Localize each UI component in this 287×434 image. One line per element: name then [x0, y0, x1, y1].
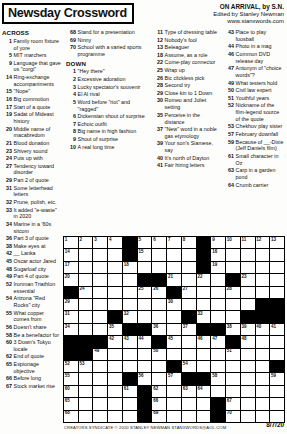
empty-cell[interactable]	[108, 373, 122, 384]
empty-cell[interactable]	[93, 411, 107, 422]
empty-cell[interactable]: 13	[270, 237, 284, 248]
empty-cell[interactable]: 10	[226, 237, 240, 248]
clue-item: 67Stock market rise	[2, 383, 61, 390]
empty-cell[interactable]: 23	[241, 274, 255, 285]
empty-cell[interactable]	[182, 299, 196, 310]
cell-number: 11	[242, 237, 247, 242]
cell-number: 35	[109, 324, 114, 329]
clue-text: Language that gave us "corgi"	[14, 60, 61, 73]
cell-number: 45	[168, 336, 173, 341]
clue-item: 25Wrap up	[153, 67, 221, 74]
empty-cell[interactable]	[79, 411, 93, 422]
empty-cell[interactable]	[256, 398, 270, 409]
cell-number: 65	[65, 398, 70, 403]
clue-item: 34Marine in a '60s sitcom	[2, 221, 61, 234]
clue-number: 20	[2, 126, 14, 139]
clue-item: 3Lucky spectator's souvenir	[66, 84, 150, 91]
empty-cell[interactable]	[197, 349, 211, 360]
empty-cell[interactable]	[270, 287, 284, 298]
empty-cell[interactable]	[123, 274, 137, 285]
clue-text: Nickname of the film-legend source of th…	[236, 102, 285, 122]
empty-cell[interactable]: 21	[167, 274, 181, 285]
empty-cell[interactable]: 68	[64, 411, 78, 422]
clue-text: Ring-exchange accompaniments	[14, 74, 61, 87]
empty-cell[interactable]: 26	[152, 287, 166, 298]
empty-cell[interactable]	[270, 274, 284, 285]
block-cell	[64, 349, 78, 360]
clue-text: Arizona "Red Rocks" city	[14, 295, 61, 308]
cell-number: 28	[227, 286, 232, 291]
empty-cell[interactable]: 39	[241, 324, 255, 335]
clue-item: 26Bic clickless pick	[153, 75, 221, 82]
empty-cell[interactable]: 65	[64, 398, 78, 409]
clue-text: End of quote	[14, 353, 61, 360]
empty-cell[interactable]: 40	[256, 324, 270, 335]
clue-item: 23Shivery sound	[2, 148, 61, 155]
empty-cell[interactable]: 62	[152, 386, 166, 397]
block-cell	[241, 311, 255, 322]
clue-number: 34	[2, 221, 14, 234]
clue-item: 21Blood donation	[2, 140, 61, 147]
clue-item: 58Be a benefactor for	[2, 332, 61, 339]
empty-cell[interactable]: 58	[211, 373, 225, 384]
empty-cell[interactable]	[182, 249, 196, 260]
clue-number: 67	[2, 383, 14, 390]
empty-cell[interactable]	[152, 262, 166, 273]
cell-number: 9	[212, 237, 215, 242]
empty-cell[interactable]	[211, 311, 225, 322]
clue-column-across-2-down-1: 68Stand for a presentation69Ninny70Schoo…	[66, 29, 150, 151]
empty-cell[interactable]: 52	[64, 361, 78, 372]
empty-cell[interactable]: 22	[197, 274, 211, 285]
empty-cell[interactable]	[182, 398, 196, 409]
empty-cell[interactable]: 32	[123, 311, 137, 322]
clue-text: Lucky spectator's souvenir	[78, 84, 150, 91]
empty-cell[interactable]	[226, 299, 240, 310]
empty-cell[interactable]	[108, 287, 122, 298]
empty-cell[interactable]: 64	[197, 386, 211, 397]
empty-cell[interactable]	[108, 398, 122, 409]
empty-cell[interactable]	[241, 373, 255, 384]
empty-cell[interactable]: 70	[226, 411, 240, 422]
empty-cell[interactable]: 19	[211, 262, 225, 273]
empty-cell[interactable]: 55	[64, 373, 78, 384]
clue-item: 22Come-play connector	[153, 59, 221, 66]
clue-number: 23	[2, 148, 14, 155]
empty-cell[interactable]	[241, 349, 255, 360]
clue-number: 18	[153, 52, 165, 59]
clue-text: Type of dressing table	[165, 29, 221, 36]
clue-number: 29	[2, 177, 14, 184]
clue-number: 68	[66, 29, 78, 36]
empty-cell[interactable]	[93, 311, 107, 322]
empty-cell[interactable]	[167, 249, 181, 260]
clue-text: What copper comes from	[14, 310, 61, 323]
block-cell	[197, 262, 211, 273]
puzzle-website[interactable]: www.stanxwords.com	[213, 18, 284, 25]
clue-number: 25	[153, 67, 165, 74]
empty-cell[interactable]	[167, 398, 181, 409]
clue-number: 32	[2, 199, 14, 206]
empty-cell[interactable]	[256, 349, 270, 360]
empty-cell[interactable]	[270, 386, 284, 397]
empty-cell[interactable]	[152, 299, 166, 310]
empty-cell[interactable]	[93, 398, 107, 409]
empty-cell[interactable]	[152, 311, 166, 322]
clue-number: 15	[2, 88, 14, 95]
clue-number: 69	[66, 37, 78, 44]
empty-cell[interactable]: 2	[79, 237, 93, 248]
clue-number: 1	[66, 68, 78, 75]
empty-cell[interactable]	[138, 262, 152, 273]
clue-item: 17Start of a quote	[2, 104, 61, 111]
empty-cell[interactable]	[138, 311, 152, 322]
empty-cell[interactable]: 38	[226, 324, 240, 335]
empty-cell[interactable]	[93, 262, 107, 273]
clue-text: Photo in a mag	[236, 43, 285, 50]
empty-cell[interactable]	[256, 361, 270, 372]
empty-cell[interactable]	[123, 349, 137, 360]
empty-cell[interactable]	[211, 274, 225, 285]
clue-number: 56	[2, 324, 14, 331]
empty-cell[interactable]	[226, 311, 240, 322]
empty-cell[interactable]: 12	[256, 237, 270, 248]
empty-cell[interactable]	[211, 299, 225, 310]
empty-cell[interactable]	[182, 349, 196, 360]
empty-cell[interactable]: 18	[123, 262, 137, 273]
empty-cell[interactable]: 17	[64, 262, 78, 273]
empty-cell[interactable]	[108, 262, 122, 273]
empty-cell[interactable]	[79, 249, 93, 260]
clue-item: 38Make eyes at	[2, 243, 61, 250]
cell-number: 50	[153, 348, 158, 353]
empty-cell[interactable]: 45	[167, 336, 181, 347]
clue-text: Part 3 of quote	[14, 235, 61, 242]
cell-number: 41	[271, 324, 276, 329]
empty-cell[interactable]	[167, 411, 181, 422]
empty-cell[interactable]: 15	[138, 249, 152, 260]
empty-cell[interactable]	[123, 411, 137, 422]
clue-item: 603 Down's Tokyo locale	[2, 339, 61, 352]
cell-number: 52	[65, 361, 70, 366]
clue-text: Middle name of macabredom	[14, 126, 61, 139]
empty-cell[interactable]	[241, 386, 255, 397]
empty-cell[interactable]	[241, 411, 255, 422]
empty-cell[interactable]: 9	[211, 237, 225, 248]
cell-number: 62	[153, 386, 158, 391]
empty-cell[interactable]: 14	[64, 249, 78, 260]
empty-cell[interactable]	[123, 398, 137, 409]
empty-cell[interactable]	[108, 249, 122, 260]
empty-cell[interactable]: 61	[123, 386, 137, 397]
clue-text: "Nope"	[14, 88, 61, 95]
empty-cell[interactable]	[241, 299, 255, 310]
empty-cell[interactable]: 3	[93, 237, 107, 248]
empty-cell[interactable]	[226, 262, 240, 273]
clue-text: A real long time	[78, 144, 150, 151]
block-cell	[197, 373, 211, 384]
clue-number: 59	[224, 139, 236, 152]
empty-cell[interactable]	[93, 361, 107, 372]
empty-cell[interactable]: 36	[152, 324, 166, 335]
empty-cell[interactable]	[270, 398, 284, 409]
empty-cell[interactable]	[270, 349, 284, 360]
clue-text: Nobody's fool	[165, 37, 221, 44]
empty-cell[interactable]: 27	[182, 287, 196, 298]
clue-text: Small character in Oz	[236, 153, 285, 166]
empty-cell[interactable]: 20	[64, 274, 78, 285]
clue-number: 11	[153, 29, 165, 36]
cell-number: 36	[153, 324, 158, 329]
empty-cell[interactable]: 24	[79, 287, 93, 298]
clue-number: 63	[224, 167, 236, 180]
empty-cell[interactable]: 43	[123, 336, 137, 347]
empty-cell[interactable]	[256, 249, 270, 260]
empty-cell[interactable]	[241, 287, 255, 298]
empty-cell[interactable]	[79, 274, 93, 285]
clue-text: Youthful years	[236, 95, 285, 102]
clue-number: 33	[2, 207, 14, 220]
empty-cell[interactable]	[270, 336, 284, 347]
empty-cell[interactable]	[182, 336, 196, 347]
empty-cell[interactable]: 66	[152, 398, 166, 409]
empty-cell[interactable]	[211, 386, 225, 397]
clue-item: 8Big name in high fashion	[66, 128, 150, 135]
empty-cell[interactable]	[123, 287, 137, 298]
empty-cell[interactable]	[211, 349, 225, 360]
empty-cell[interactable]	[197, 361, 211, 372]
clue-number: 39	[153, 140, 165, 153]
empty-cell[interactable]	[79, 373, 93, 384]
puzzle-header: ON ARRIVAL, by S.N. Edited by Stanley Ne…	[213, 3, 284, 24]
clue-text: Big name in high fashion	[78, 128, 150, 135]
empty-cell[interactable]	[93, 287, 107, 298]
cell-number: 29	[65, 299, 70, 304]
empty-cell[interactable]	[93, 299, 107, 310]
cell-number: 10	[227, 237, 232, 242]
empty-cell[interactable]	[138, 299, 152, 310]
empty-cell[interactable]	[211, 287, 225, 298]
clue-text: Carp in a garden pond	[236, 167, 285, 180]
empty-cell[interactable]: 7	[167, 237, 181, 248]
empty-cell[interactable]	[123, 299, 137, 310]
clue-item: 40It's north of Dayton	[153, 155, 221, 162]
empty-cell[interactable]: 11	[241, 237, 255, 248]
clue-number: 49	[224, 80, 236, 87]
empty-cell[interactable]	[79, 311, 93, 322]
clue-number: 70	[66, 44, 78, 57]
empty-cell[interactable]	[93, 249, 107, 260]
block-cell	[152, 336, 166, 347]
empty-cell[interactable]	[152, 373, 166, 384]
empty-cell[interactable]	[241, 262, 255, 273]
empty-cell[interactable]	[241, 249, 255, 260]
clue-item: 44Photo in a mag	[224, 43, 285, 50]
clue-text: Oscar actor Jared	[14, 258, 61, 265]
empty-cell[interactable]: 37	[182, 324, 196, 335]
empty-cell[interactable]: 54	[182, 361, 196, 372]
empty-cell[interactable]: 8	[182, 237, 196, 248]
publisher-title: Newsday Crossword	[8, 6, 127, 20]
empty-cell[interactable]	[93, 324, 107, 335]
empty-cell[interactable]	[197, 299, 211, 310]
empty-cell[interactable]	[241, 361, 255, 372]
empty-cell[interactable]	[152, 361, 166, 372]
empty-cell[interactable]	[93, 373, 107, 384]
empty-cell[interactable]: 46	[197, 336, 211, 347]
empty-cell[interactable]: 25	[138, 287, 152, 298]
empty-cell[interactable]	[182, 274, 196, 285]
empty-cell[interactable]	[79, 398, 93, 409]
empty-cell[interactable]: 35	[108, 324, 122, 335]
cell-number: 69	[153, 410, 158, 415]
empty-cell[interactable]	[79, 299, 93, 310]
clue-item: 59Because of __-Dixie (Jeff Daniels film…	[224, 139, 285, 152]
empty-cell[interactable]	[167, 311, 181, 322]
empty-cell[interactable]: 33	[197, 311, 211, 322]
clue-item: 6Dickensian shout of surprise	[66, 113, 150, 120]
cell-number: 2	[80, 237, 83, 242]
clue-text: Place to play foosball	[236, 29, 285, 42]
empty-cell[interactable]: 51	[226, 349, 240, 360]
empty-cell[interactable]	[256, 287, 270, 298]
empty-cell[interactable]	[93, 274, 107, 285]
clue-number: 46	[224, 51, 236, 64]
clue-text: Romeo and Juliet setting	[165, 97, 221, 110]
empty-cell[interactable]: 44	[138, 336, 152, 347]
empty-cell[interactable]	[167, 324, 181, 335]
clue-number: 3	[66, 84, 78, 91]
block-cell	[226, 274, 240, 285]
empty-cell[interactable]: 6	[152, 237, 166, 248]
empty-cell[interactable]: 60	[64, 386, 78, 397]
empty-cell[interactable]	[167, 349, 181, 360]
across-clues-part1: 1Family room fixture of yore5MIT marcher…	[2, 38, 61, 390]
empty-cell[interactable]: 47	[211, 336, 225, 347]
empty-cell[interactable]	[79, 324, 93, 335]
empty-cell[interactable]	[226, 373, 240, 384]
empty-cell[interactable]	[79, 262, 93, 273]
empty-cell[interactable]	[167, 386, 181, 397]
empty-cell[interactable]	[197, 398, 211, 409]
empty-cell[interactable]	[108, 411, 122, 422]
down-clues-part1: 1"Hey there"2Excessive adoration3Lucky s…	[66, 68, 150, 150]
empty-cell[interactable]	[197, 287, 211, 298]
crossword-grid[interactable]: 1234567891011121314151617181920212223242…	[63, 236, 285, 423]
cell-number: 1	[65, 237, 68, 242]
empty-cell[interactable]	[197, 411, 211, 422]
empty-cell[interactable]	[211, 361, 225, 372]
empty-cell[interactable]: 30	[167, 299, 181, 310]
empty-cell[interactable]	[270, 249, 284, 260]
clue-text: February downfall	[236, 131, 285, 138]
clue-number: 17	[2, 104, 14, 111]
clue-number: 52	[224, 102, 236, 122]
empty-cell[interactable]	[256, 336, 270, 347]
empty-cell[interactable]: 48	[241, 336, 255, 347]
empty-cell[interactable]: 28	[226, 287, 240, 298]
empty-cell[interactable]	[123, 361, 137, 372]
empty-cell[interactable]	[152, 249, 166, 260]
empty-cell[interactable]: 53	[79, 361, 93, 372]
clue-text: Common DVD release day	[236, 51, 285, 64]
clue-item: 15"Nope"	[2, 88, 61, 95]
empty-cell[interactable]	[256, 274, 270, 285]
empty-cell[interactable]: 5	[138, 237, 152, 248]
empty-cell[interactable]: 4	[108, 237, 122, 248]
empty-cell[interactable]	[108, 361, 122, 372]
empty-cell[interactable]	[256, 386, 270, 397]
empty-cell[interactable]	[108, 386, 122, 397]
empty-cell[interactable]: 42	[108, 336, 122, 347]
empty-cell[interactable]: 34	[64, 324, 78, 335]
empty-cell[interactable]: 67	[226, 398, 240, 409]
clue-number: 52	[2, 281, 14, 294]
empty-cell[interactable]	[182, 262, 196, 273]
empty-cell[interactable]	[138, 349, 152, 360]
empty-cell[interactable]: 63	[182, 386, 196, 397]
empty-cell[interactable]	[108, 349, 122, 360]
cell-number: 40	[256, 324, 261, 329]
empty-cell[interactable]	[226, 386, 240, 397]
empty-cell[interactable]	[256, 262, 270, 273]
clue-item: 46Common DVD release day	[224, 51, 285, 64]
empty-cell[interactable]: 50	[152, 349, 166, 360]
empty-cell[interactable]	[93, 386, 107, 397]
empty-cell[interactable]: 69	[152, 411, 166, 422]
empty-cell[interactable]	[108, 274, 122, 285]
cell-number: 26	[153, 286, 158, 291]
empty-cell[interactable]	[241, 398, 255, 409]
empty-cell[interactable]	[226, 361, 240, 372]
block-cell	[123, 373, 137, 384]
clue-item: 14Ring-exchange accompaniments	[2, 74, 61, 87]
clue-number: 7	[66, 121, 78, 128]
empty-cell[interactable]	[167, 262, 181, 273]
clue-number: 1	[2, 38, 14, 51]
cell-number: 13	[271, 237, 276, 242]
empty-cell[interactable]	[270, 262, 284, 273]
clue-item: 43Place to play foosball	[224, 29, 285, 42]
empty-cell[interactable]	[138, 361, 152, 372]
block-cell	[152, 274, 166, 285]
empty-cell[interactable]: 59	[270, 373, 284, 384]
clue-number: 64	[224, 182, 236, 189]
empty-cell[interactable]: 49	[93, 349, 107, 360]
clue-text: Civil law expert	[236, 87, 285, 94]
empty-cell[interactable]	[226, 249, 240, 260]
empty-cell[interactable]: 29	[64, 299, 78, 310]
empty-cell[interactable]: 56	[138, 373, 152, 384]
empty-cell[interactable]	[79, 386, 93, 397]
empty-cell[interactable]	[182, 411, 196, 422]
empty-cell[interactable]	[108, 299, 122, 310]
empty-cell[interactable]: 31	[64, 311, 78, 322]
block-cell	[182, 311, 196, 322]
clue-text: Ironman Triathlon essential	[14, 281, 61, 294]
clue-text: Doesn't share	[14, 324, 61, 331]
empty-cell[interactable]	[256, 373, 270, 384]
clue-number: 37	[153, 126, 165, 139]
empty-cell[interactable]: 16	[211, 249, 225, 260]
empty-cell[interactable]: 57	[167, 373, 181, 384]
clue-column-down-3: 43Place to play foosball44Photo in a mag…	[224, 29, 285, 189]
clue-number: 45	[2, 258, 14, 265]
empty-cell[interactable]: 41	[270, 324, 284, 335]
clue-item: 45Oscar actor Jared	[2, 258, 61, 265]
empty-cell[interactable]: 1	[64, 237, 78, 248]
clue-text: Ninny	[78, 37, 150, 44]
